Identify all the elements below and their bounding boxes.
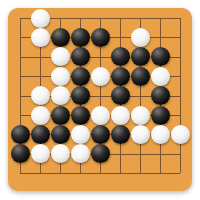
white-stone[interactable] xyxy=(71,125,90,144)
white-stone[interactable] xyxy=(51,47,70,66)
black-stone[interactable] xyxy=(111,125,130,144)
white-stone[interactable] xyxy=(171,125,190,144)
white-stone[interactable] xyxy=(151,125,170,144)
black-stone[interactable] xyxy=(51,106,70,125)
board-gridline-horizontal xyxy=(20,173,180,174)
white-stone[interactable] xyxy=(31,106,50,125)
white-stone[interactable] xyxy=(51,144,70,163)
black-stone[interactable] xyxy=(151,106,170,125)
white-stone[interactable] xyxy=(31,28,50,47)
white-stone[interactable] xyxy=(91,67,110,86)
white-stone[interactable] xyxy=(51,86,70,105)
go-board[interactable] xyxy=(8,8,192,191)
black-stone[interactable] xyxy=(131,47,150,66)
black-stone[interactable] xyxy=(91,144,110,163)
black-stone[interactable] xyxy=(151,86,170,105)
black-stone[interactable] xyxy=(11,144,30,163)
white-stone[interactable] xyxy=(131,125,150,144)
black-stone[interactable] xyxy=(111,67,130,86)
black-stone[interactable] xyxy=(71,47,90,66)
black-stone[interactable] xyxy=(91,125,110,144)
black-stone[interactable] xyxy=(91,28,110,47)
black-stone[interactable] xyxy=(51,125,70,144)
black-stone[interactable] xyxy=(111,47,130,66)
black-stone[interactable] xyxy=(51,28,70,47)
white-stone[interactable] xyxy=(131,106,150,125)
white-stone[interactable] xyxy=(111,106,130,125)
black-stone[interactable] xyxy=(71,86,90,105)
white-stone[interactable] xyxy=(31,144,50,163)
white-stone[interactable] xyxy=(51,67,70,86)
black-stone[interactable] xyxy=(131,67,150,86)
black-stone[interactable] xyxy=(111,86,130,105)
white-stone[interactable] xyxy=(71,144,90,163)
white-stone[interactable] xyxy=(131,28,150,47)
black-stone[interactable] xyxy=(11,125,30,144)
board-gridline-vertical xyxy=(180,18,181,173)
white-stone[interactable] xyxy=(151,67,170,86)
white-stone[interactable] xyxy=(31,86,50,105)
black-stone[interactable] xyxy=(71,28,90,47)
black-stone[interactable] xyxy=(71,106,90,125)
black-stone[interactable] xyxy=(71,67,90,86)
black-stone[interactable] xyxy=(151,47,170,66)
white-stone[interactable] xyxy=(91,106,110,125)
white-stone[interactable] xyxy=(31,9,50,28)
black-stone[interactable] xyxy=(31,125,50,144)
